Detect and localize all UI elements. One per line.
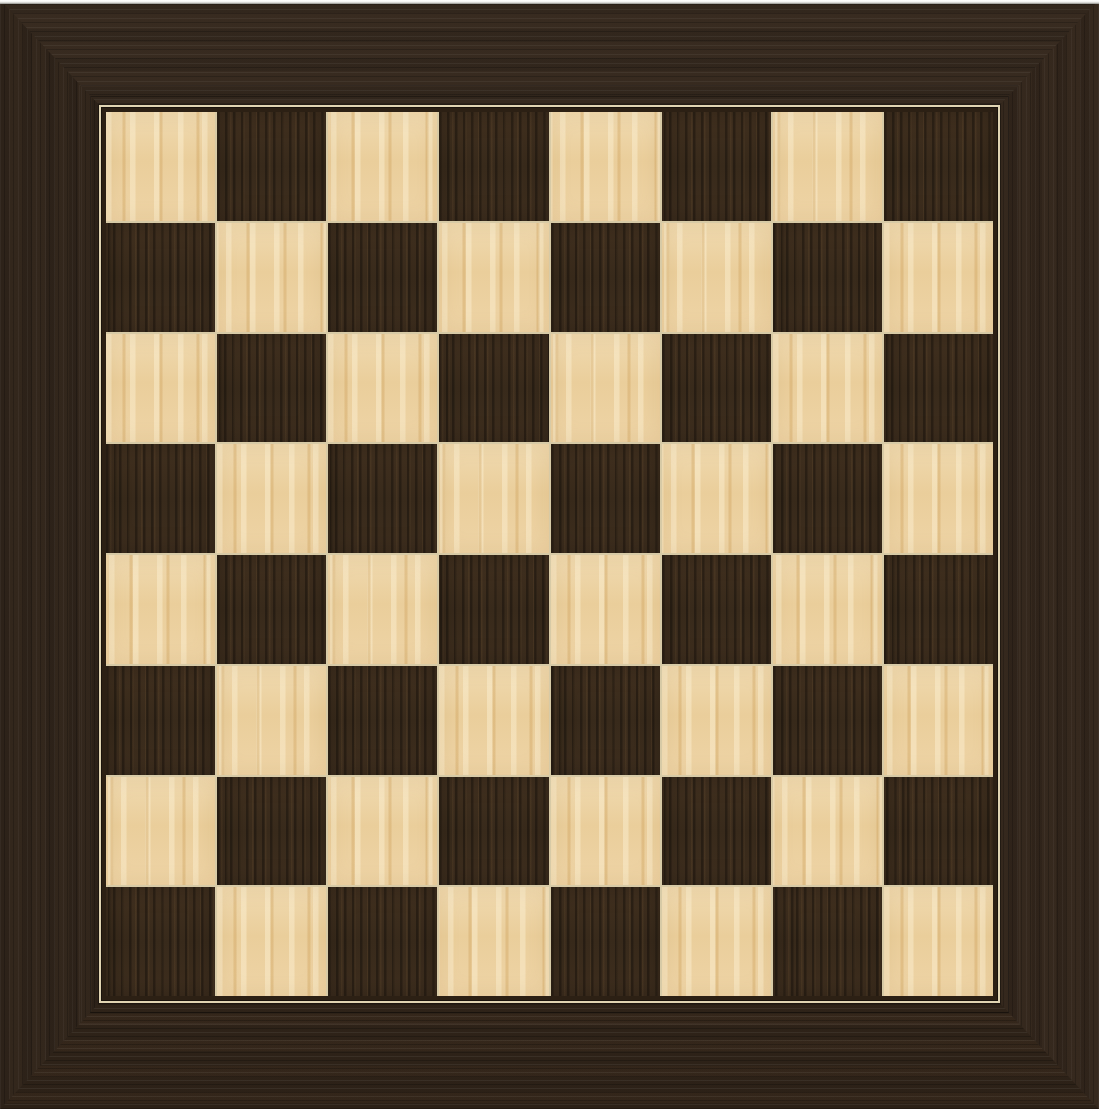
square-a4[interactable] xyxy=(106,555,215,664)
square-d3[interactable] xyxy=(439,666,548,775)
square-e7[interactable] xyxy=(551,223,660,332)
squares-grid xyxy=(106,112,993,996)
square-d2[interactable] xyxy=(439,777,548,886)
square-g2[interactable] xyxy=(773,777,882,886)
square-d7[interactable] xyxy=(439,223,548,332)
square-b2[interactable] xyxy=(217,777,326,886)
square-g5[interactable] xyxy=(773,444,882,553)
square-c3[interactable] xyxy=(328,666,437,775)
photo-top-edge-highlight xyxy=(0,0,1099,4)
square-b3[interactable] xyxy=(217,666,326,775)
square-b1[interactable] xyxy=(217,887,326,996)
square-c2[interactable] xyxy=(328,777,437,886)
square-g8[interactable] xyxy=(773,112,882,221)
square-e6[interactable] xyxy=(551,334,660,443)
square-g7[interactable] xyxy=(773,223,882,332)
square-b4[interactable] xyxy=(217,555,326,664)
square-d8[interactable] xyxy=(439,112,548,221)
square-e5[interactable] xyxy=(551,444,660,553)
square-a6[interactable] xyxy=(106,334,215,443)
square-h1[interactable] xyxy=(884,887,993,996)
square-e4[interactable] xyxy=(551,555,660,664)
square-f1[interactable] xyxy=(662,887,771,996)
square-b5[interactable] xyxy=(217,444,326,553)
square-a5[interactable] xyxy=(106,444,215,553)
square-c6[interactable] xyxy=(328,334,437,443)
square-f4[interactable] xyxy=(662,555,771,664)
square-a1[interactable] xyxy=(106,887,215,996)
square-h4[interactable] xyxy=(884,555,993,664)
square-g6[interactable] xyxy=(773,334,882,443)
square-g1[interactable] xyxy=(773,887,882,996)
square-a3[interactable] xyxy=(106,666,215,775)
square-a7[interactable] xyxy=(106,223,215,332)
square-f3[interactable] xyxy=(662,666,771,775)
square-f6[interactable] xyxy=(662,334,771,443)
square-f8[interactable] xyxy=(662,112,771,221)
square-e8[interactable] xyxy=(551,112,660,221)
square-b8[interactable] xyxy=(217,112,326,221)
square-a8[interactable] xyxy=(106,112,215,221)
chessboard-photo xyxy=(0,0,1099,1109)
square-h3[interactable] xyxy=(884,666,993,775)
square-c1[interactable] xyxy=(328,887,437,996)
square-d5[interactable] xyxy=(439,444,548,553)
square-d1[interactable] xyxy=(439,887,548,996)
square-h6[interactable] xyxy=(884,334,993,443)
square-c7[interactable] xyxy=(328,223,437,332)
square-f7[interactable] xyxy=(662,223,771,332)
square-d4[interactable] xyxy=(439,555,548,664)
square-h8[interactable] xyxy=(884,112,993,221)
square-e2[interactable] xyxy=(551,777,660,886)
square-e1[interactable] xyxy=(551,887,660,996)
square-f2[interactable] xyxy=(662,777,771,886)
square-g4[interactable] xyxy=(773,555,882,664)
square-b6[interactable] xyxy=(217,334,326,443)
square-h2[interactable] xyxy=(884,777,993,886)
square-e3[interactable] xyxy=(551,666,660,775)
square-h7[interactable] xyxy=(884,223,993,332)
square-c5[interactable] xyxy=(328,444,437,553)
square-g3[interactable] xyxy=(773,666,882,775)
square-c8[interactable] xyxy=(328,112,437,221)
square-d6[interactable] xyxy=(439,334,548,443)
square-a2[interactable] xyxy=(106,777,215,886)
square-b7[interactable] xyxy=(217,223,326,332)
square-c4[interactable] xyxy=(328,555,437,664)
square-f5[interactable] xyxy=(662,444,771,553)
square-h5[interactable] xyxy=(884,444,993,553)
